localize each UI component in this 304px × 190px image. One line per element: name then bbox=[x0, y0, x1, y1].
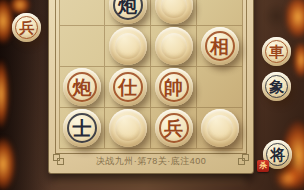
board-cell-b2[interactable] bbox=[105, 26, 151, 67]
offboard-black-general: 将 杀 bbox=[263, 140, 292, 169]
game-screen: 炮相炮仕帥士兵 决战九州·第78关·底注400 兵 車 象 将 杀 bbox=[0, 0, 304, 190]
piece-glyph: 車 bbox=[269, 44, 284, 59]
piece-glyph: 将 bbox=[270, 147, 285, 162]
floor-glow-decoration bbox=[55, 174, 245, 184]
kill-badge: 杀 bbox=[257, 160, 269, 172]
board-cell-d3[interactable] bbox=[197, 67, 243, 108]
piece-glyph: 兵 bbox=[19, 20, 34, 35]
board-cell-a4[interactable]: 士 bbox=[59, 108, 105, 149]
level-caption: 决战九州·第78关·底注400 bbox=[49, 155, 253, 168]
piece-red-advisor[interactable]: 仕 bbox=[109, 68, 147, 106]
piece-hidden[interactable] bbox=[155, 0, 193, 24]
board-cell-b1[interactable]: 炮 bbox=[105, 0, 151, 26]
piece-red-soldier[interactable]: 兵 bbox=[155, 109, 193, 147]
piece-glyph: 象 bbox=[269, 79, 284, 94]
offboard-red-chariot: 車 bbox=[262, 37, 291, 66]
fading-ghost-piece bbox=[264, 3, 288, 29]
piece-hidden[interactable] bbox=[109, 109, 147, 147]
flame-decoration bbox=[290, 36, 304, 84]
piece-black-advisor[interactable]: 士 bbox=[63, 109, 101, 147]
piece-glyph: 炮 bbox=[118, 0, 137, 15]
board-grid: 炮相炮仕帥士兵 bbox=[59, 0, 243, 149]
piece-glyph: 士 bbox=[73, 119, 92, 138]
piece-red-elephant[interactable]: 相 bbox=[201, 27, 239, 65]
board-cell-c3[interactable]: 帥 bbox=[151, 67, 197, 108]
board-cell-c1[interactable] bbox=[151, 0, 197, 26]
board-cell-c4[interactable]: 兵 bbox=[151, 108, 197, 149]
board-cell-a2[interactable] bbox=[59, 26, 105, 67]
piece-hidden[interactable] bbox=[155, 27, 193, 65]
board-cell-b3[interactable]: 仕 bbox=[105, 67, 151, 108]
xiangqi-board: 炮相炮仕帥士兵 决战九州·第78关·底注400 bbox=[48, 0, 254, 174]
board-cell-b4[interactable] bbox=[105, 108, 151, 149]
piece-black-cannon[interactable]: 炮 bbox=[109, 0, 147, 24]
piece-hidden[interactable] bbox=[109, 27, 147, 65]
board-cell-d2[interactable]: 相 bbox=[197, 26, 243, 67]
piece-red-cannon[interactable]: 炮 bbox=[63, 68, 101, 106]
board-cell-d4[interactable] bbox=[197, 108, 243, 149]
piece-glyph: 帥 bbox=[164, 78, 183, 97]
offboard-red-soldier: 兵 bbox=[12, 13, 41, 42]
piece-glyph: 炮 bbox=[73, 78, 92, 97]
board-cell-d1[interactable] bbox=[197, 0, 243, 26]
board-playfield: 炮相炮仕帥士兵 bbox=[59, 0, 243, 151]
piece-hidden[interactable] bbox=[201, 109, 239, 147]
board-cell-c2[interactable] bbox=[151, 26, 197, 67]
piece-glyph: 仕 bbox=[118, 78, 137, 97]
piece-red-general[interactable]: 帥 bbox=[155, 68, 193, 106]
board-cell-a1[interactable] bbox=[59, 0, 105, 26]
piece-glyph: 相 bbox=[210, 37, 229, 56]
piece-glyph: 兵 bbox=[164, 119, 183, 138]
board-cell-a3[interactable]: 炮 bbox=[59, 67, 105, 108]
offboard-black-elephant: 象 bbox=[262, 72, 291, 101]
